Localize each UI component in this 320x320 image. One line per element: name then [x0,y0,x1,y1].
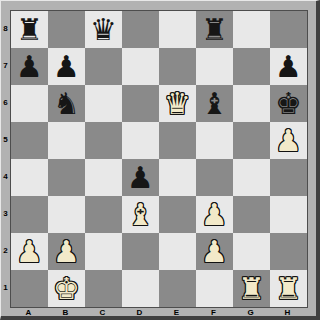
white-pawn[interactable]: ♟ [53,233,80,270]
square-a1[interactable] [11,270,48,307]
square-d7[interactable] [122,48,159,85]
square-d3[interactable]: ♝ [122,196,159,233]
square-c6[interactable] [85,85,122,122]
square-e8[interactable] [159,11,196,48]
square-g6[interactable] [233,85,270,122]
square-d5[interactable] [122,122,159,159]
square-h8[interactable] [270,11,307,48]
white-rook[interactable]: ♜ [275,270,302,307]
square-c7[interactable] [85,48,122,85]
square-a6[interactable] [11,85,48,122]
rank-labels: 87654321 [1,10,10,306]
square-g2[interactable] [233,233,270,270]
square-e5[interactable] [159,122,196,159]
square-b6[interactable]: ♞ [48,85,85,122]
square-f4[interactable] [196,159,233,196]
rank-label-2: 2 [1,232,10,269]
square-d6[interactable] [122,85,159,122]
square-h6[interactable]: ♚ [270,85,307,122]
square-e3[interactable] [159,196,196,233]
square-d4[interactable]: ♟ [122,159,159,196]
square-c5[interactable] [85,122,122,159]
black-knight[interactable]: ♞ [53,85,80,122]
square-c8[interactable]: ♛ [85,11,122,48]
square-c4[interactable] [85,159,122,196]
square-b3[interactable] [48,196,85,233]
white-pawn[interactable]: ♟ [201,233,228,270]
square-g3[interactable] [233,196,270,233]
square-d8[interactable] [122,11,159,48]
file-label-b: B [47,307,84,317]
square-e6[interactable]: ♛ [159,85,196,122]
black-pawn[interactable]: ♟ [127,159,154,196]
square-b2[interactable]: ♟ [48,233,85,270]
square-h2[interactable] [270,233,307,270]
rank-label-4: 4 [1,158,10,195]
black-pawn[interactable]: ♟ [53,48,80,85]
square-c2[interactable] [85,233,122,270]
white-rook[interactable]: ♜ [238,270,265,307]
square-c1[interactable] [85,270,122,307]
square-e4[interactable] [159,159,196,196]
black-pawn[interactable]: ♟ [16,48,43,85]
square-g7[interactable] [233,48,270,85]
square-f7[interactable] [196,48,233,85]
square-b1[interactable]: ♚ [48,270,85,307]
square-h1[interactable]: ♜ [270,270,307,307]
black-queen[interactable]: ♛ [90,11,117,48]
square-d2[interactable] [122,233,159,270]
square-h7[interactable]: ♟ [270,48,307,85]
file-label-e: E [158,307,195,317]
square-h4[interactable] [270,159,307,196]
black-bishop[interactable]: ♝ [201,85,228,122]
square-h5[interactable]: ♟ [270,122,307,159]
square-a5[interactable] [11,122,48,159]
square-b4[interactable] [48,159,85,196]
square-g1[interactable]: ♜ [233,270,270,307]
square-f2[interactable]: ♟ [196,233,233,270]
square-g4[interactable] [233,159,270,196]
rank-label-3: 3 [1,195,10,232]
file-label-f: F [195,307,232,317]
black-rook[interactable]: ♜ [201,11,228,48]
square-a2[interactable]: ♟ [11,233,48,270]
square-f5[interactable] [196,122,233,159]
file-labels: ABCDEFGH [10,307,306,317]
square-h3[interactable] [270,196,307,233]
white-queen[interactable]: ♛ [164,85,191,122]
file-label-h: H [269,307,306,317]
square-a7[interactable]: ♟ [11,48,48,85]
black-pawn[interactable]: ♟ [275,48,302,85]
square-a3[interactable] [11,196,48,233]
square-e2[interactable] [159,233,196,270]
rank-label-1: 1 [1,269,10,306]
square-f8[interactable]: ♜ [196,11,233,48]
black-rook[interactable]: ♜ [16,11,43,48]
file-label-c: C [84,307,121,317]
rank-label-8: 8 [1,10,10,47]
white-pawn[interactable]: ♟ [16,233,43,270]
chess-diagram-frame: 87654321 ♜♛♜♟♟♟♞♛♝♚♟♟♝♟♟♟♟♚♜♜ ABCDEFGH [0,0,320,320]
square-f3[interactable]: ♟ [196,196,233,233]
white-pawn[interactable]: ♟ [275,122,302,159]
square-b8[interactable] [48,11,85,48]
file-label-a: A [10,307,47,317]
square-f6[interactable]: ♝ [196,85,233,122]
square-c3[interactable] [85,196,122,233]
file-label-d: D [121,307,158,317]
chess-board[interactable]: ♜♛♜♟♟♟♞♛♝♚♟♟♝♟♟♟♟♚♜♜ [10,10,308,308]
square-d1[interactable] [122,270,159,307]
square-b5[interactable] [48,122,85,159]
square-e1[interactable] [159,270,196,307]
square-g8[interactable] [233,11,270,48]
square-a4[interactable] [11,159,48,196]
file-label-g: G [232,307,269,317]
square-e7[interactable] [159,48,196,85]
square-f1[interactable] [196,270,233,307]
square-b7[interactable]: ♟ [48,48,85,85]
square-g5[interactable] [233,122,270,159]
black-king[interactable]: ♚ [275,85,302,122]
rank-label-6: 6 [1,84,10,121]
square-a8[interactable]: ♜ [11,11,48,48]
white-pawn[interactable]: ♟ [201,196,228,233]
white-bishop[interactable]: ♝ [127,196,154,233]
rank-label-5: 5 [1,121,10,158]
rank-label-7: 7 [1,47,10,84]
white-king[interactable]: ♚ [53,270,80,307]
